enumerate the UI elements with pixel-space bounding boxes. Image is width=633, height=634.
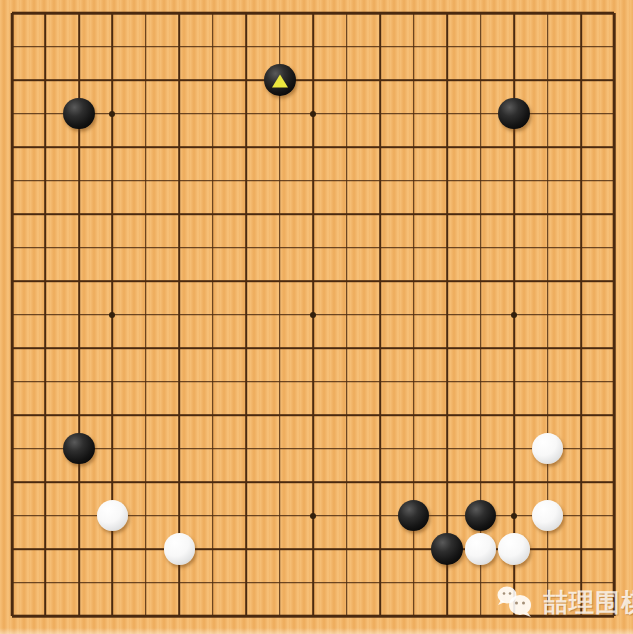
intersection[interactable]	[497, 164, 530, 198]
intersection[interactable]	[230, 197, 263, 231]
intersection[interactable]	[129, 331, 162, 365]
intersection[interactable]	[96, 599, 129, 633]
intersection[interactable]	[497, 0, 530, 30]
intersection[interactable]	[129, 264, 162, 298]
intersection[interactable]	[296, 566, 329, 600]
intersection[interactable]	[263, 97, 296, 131]
intersection[interactable]	[464, 532, 497, 566]
intersection[interactable]	[196, 465, 229, 499]
intersection[interactable]	[62, 398, 95, 432]
intersection[interactable]	[397, 97, 430, 131]
intersection[interactable]	[397, 566, 430, 600]
intersection[interactable]	[196, 499, 229, 533]
intersection[interactable]	[531, 566, 564, 600]
intersection[interactable]	[263, 0, 296, 30]
intersection[interactable]	[296, 599, 329, 633]
intersection[interactable]	[62, 231, 95, 265]
intersection[interactable]	[230, 164, 263, 198]
intersection[interactable]	[363, 566, 396, 600]
intersection[interactable]	[363, 197, 396, 231]
intersection[interactable]	[397, 298, 430, 332]
intersection[interactable]	[0, 365, 29, 399]
intersection[interactable]	[196, 398, 229, 432]
intersection[interactable]	[564, 331, 597, 365]
intersection[interactable]	[196, 63, 229, 97]
intersection[interactable]	[531, 63, 564, 97]
intersection[interactable]	[96, 298, 129, 332]
intersection[interactable]	[531, 298, 564, 332]
intersection[interactable]	[598, 298, 631, 332]
intersection[interactable]	[363, 164, 396, 198]
intersection[interactable]	[129, 365, 162, 399]
intersection[interactable]	[96, 97, 129, 131]
intersection[interactable]	[296, 30, 329, 64]
intersection[interactable]	[163, 566, 196, 600]
intersection[interactable]	[196, 566, 229, 600]
intersection[interactable]	[129, 298, 162, 332]
intersection[interactable]	[163, 30, 196, 64]
intersection[interactable]	[598, 432, 631, 466]
intersection[interactable]	[96, 30, 129, 64]
intersection[interactable]	[564, 164, 597, 198]
intersection[interactable]	[129, 0, 162, 30]
intersection[interactable]	[29, 298, 62, 332]
intersection[interactable]	[564, 30, 597, 64]
intersection[interactable]	[430, 0, 463, 30]
intersection[interactable]	[531, 365, 564, 399]
intersection[interactable]	[263, 130, 296, 164]
intersection[interactable]	[263, 331, 296, 365]
intersection[interactable]	[296, 97, 329, 131]
intersection[interactable]	[464, 566, 497, 600]
intersection[interactable]	[363, 331, 396, 365]
intersection[interactable]	[129, 63, 162, 97]
intersection[interactable]	[62, 164, 95, 198]
intersection[interactable]	[62, 365, 95, 399]
intersection[interactable]	[263, 499, 296, 533]
intersection[interactable]	[464, 499, 497, 533]
intersection[interactable]	[397, 264, 430, 298]
intersection[interactable]	[430, 164, 463, 198]
intersection[interactable]	[564, 0, 597, 30]
intersection[interactable]	[564, 465, 597, 499]
intersection[interactable]	[96, 130, 129, 164]
intersection[interactable]	[564, 130, 597, 164]
intersection[interactable]	[464, 0, 497, 30]
intersection[interactable]	[430, 432, 463, 466]
intersection[interactable]	[598, 30, 631, 64]
intersection[interactable]	[464, 264, 497, 298]
intersection[interactable]	[531, 331, 564, 365]
intersection[interactable]	[96, 0, 129, 30]
intersection[interactable]	[497, 566, 530, 600]
intersection[interactable]	[230, 298, 263, 332]
intersection[interactable]	[29, 231, 62, 265]
intersection[interactable]	[129, 532, 162, 566]
intersection[interactable]	[196, 130, 229, 164]
intersection[interactable]	[196, 599, 229, 633]
intersection[interactable]	[0, 566, 29, 600]
intersection[interactable]	[464, 197, 497, 231]
intersection[interactable]	[531, 30, 564, 64]
intersection[interactable]	[196, 264, 229, 298]
intersection[interactable]	[296, 0, 329, 30]
intersection[interactable]	[230, 130, 263, 164]
intersection[interactable]	[96, 532, 129, 566]
intersection[interactable]	[129, 164, 162, 198]
intersection[interactable]	[29, 164, 62, 198]
intersection[interactable]	[196, 0, 229, 30]
intersection[interactable]	[0, 63, 29, 97]
intersection[interactable]	[497, 231, 530, 265]
intersection[interactable]	[330, 331, 363, 365]
intersection[interactable]	[163, 298, 196, 332]
intersection[interactable]	[96, 197, 129, 231]
intersection[interactable]	[363, 365, 396, 399]
intersection[interactable]	[163, 231, 196, 265]
intersection[interactable]	[263, 532, 296, 566]
intersection[interactable]	[163, 532, 196, 566]
intersection[interactable]	[330, 566, 363, 600]
intersection[interactable]	[598, 264, 631, 298]
intersection[interactable]	[531, 264, 564, 298]
intersection[interactable]	[531, 197, 564, 231]
intersection[interactable]	[0, 231, 29, 265]
intersection[interactable]	[29, 432, 62, 466]
intersection[interactable]	[196, 231, 229, 265]
intersection[interactable]	[464, 331, 497, 365]
intersection[interactable]	[96, 231, 129, 265]
intersection[interactable]	[62, 532, 95, 566]
intersection[interactable]	[0, 532, 29, 566]
intersection[interactable]	[0, 499, 29, 533]
intersection[interactable]	[430, 499, 463, 533]
intersection[interactable]	[598, 499, 631, 533]
intersection[interactable]	[62, 63, 95, 97]
intersection[interactable]	[464, 599, 497, 633]
intersection[interactable]	[531, 532, 564, 566]
intersection[interactable]	[62, 566, 95, 600]
intersection[interactable]	[0, 97, 29, 131]
intersection[interactable]	[497, 97, 530, 131]
intersection[interactable]	[330, 264, 363, 298]
intersection[interactable]	[497, 264, 530, 298]
intersection[interactable]	[0, 197, 29, 231]
intersection[interactable]	[564, 231, 597, 265]
intersection[interactable]	[363, 499, 396, 533]
intersection[interactable]	[62, 298, 95, 332]
intersection[interactable]	[363, 97, 396, 131]
intersection[interactable]	[129, 499, 162, 533]
intersection[interactable]	[62, 0, 95, 30]
intersection[interactable]	[96, 264, 129, 298]
intersection[interactable]	[29, 499, 62, 533]
intersection[interactable]	[430, 465, 463, 499]
intersection[interactable]	[29, 264, 62, 298]
intersection[interactable]	[163, 264, 196, 298]
intersection[interactable]	[564, 398, 597, 432]
intersection[interactable]	[163, 365, 196, 399]
intersection[interactable]	[296, 465, 329, 499]
intersection[interactable]	[564, 97, 597, 131]
intersection[interactable]	[531, 97, 564, 131]
intersection[interactable]	[598, 532, 631, 566]
intersection[interactable]	[263, 365, 296, 399]
intersection[interactable]	[330, 231, 363, 265]
intersection[interactable]	[230, 0, 263, 30]
intersection[interactable]	[430, 566, 463, 600]
intersection[interactable]	[430, 231, 463, 265]
intersection[interactable]	[0, 30, 29, 64]
intersection[interactable]	[263, 398, 296, 432]
intersection[interactable]	[296, 298, 329, 332]
intersection[interactable]	[397, 465, 430, 499]
intersection[interactable]	[531, 432, 564, 466]
intersection[interactable]	[29, 532, 62, 566]
intersection[interactable]	[230, 30, 263, 64]
intersection[interactable]	[0, 465, 29, 499]
intersection[interactable]	[497, 331, 530, 365]
intersection[interactable]	[196, 97, 229, 131]
intersection[interactable]	[230, 264, 263, 298]
intersection[interactable]	[296, 130, 329, 164]
intersection[interactable]	[497, 465, 530, 499]
intersection[interactable]	[163, 63, 196, 97]
intersection[interactable]	[163, 130, 196, 164]
intersection[interactable]	[230, 365, 263, 399]
intersection[interactable]	[397, 365, 430, 399]
intersection[interactable]	[564, 599, 597, 633]
intersection[interactable]	[598, 231, 631, 265]
intersection[interactable]	[96, 164, 129, 198]
intersection[interactable]	[430, 130, 463, 164]
intersection[interactable]	[62, 499, 95, 533]
intersection[interactable]	[598, 331, 631, 365]
intersection[interactable]	[296, 231, 329, 265]
intersection[interactable]	[598, 398, 631, 432]
intersection[interactable]	[163, 0, 196, 30]
intersection[interactable]	[397, 432, 430, 466]
intersection[interactable]	[129, 30, 162, 64]
intersection[interactable]	[0, 398, 29, 432]
intersection[interactable]	[430, 599, 463, 633]
intersection[interactable]	[129, 97, 162, 131]
intersection[interactable]	[397, 331, 430, 365]
intersection[interactable]	[330, 30, 363, 64]
intersection[interactable]	[0, 331, 29, 365]
intersection[interactable]	[96, 63, 129, 97]
intersection[interactable]	[129, 432, 162, 466]
intersection[interactable]	[62, 432, 95, 466]
intersection[interactable]	[531, 130, 564, 164]
intersection[interactable]	[497, 532, 530, 566]
intersection[interactable]	[163, 465, 196, 499]
intersection[interactable]	[430, 197, 463, 231]
intersection[interactable]	[29, 566, 62, 600]
intersection[interactable]	[0, 264, 29, 298]
intersection[interactable]	[296, 63, 329, 97]
intersection[interactable]	[397, 130, 430, 164]
intersection[interactable]	[430, 298, 463, 332]
intersection[interactable]	[598, 197, 631, 231]
intersection[interactable]	[430, 365, 463, 399]
intersection[interactable]	[0, 298, 29, 332]
intersection[interactable]	[62, 130, 95, 164]
intersection[interactable]	[163, 499, 196, 533]
intersection[interactable]	[96, 331, 129, 365]
intersection[interactable]	[464, 365, 497, 399]
intersection[interactable]	[397, 0, 430, 30]
intersection[interactable]	[129, 398, 162, 432]
intersection[interactable]	[464, 30, 497, 64]
intersection[interactable]	[330, 398, 363, 432]
intersection[interactable]	[263, 566, 296, 600]
intersection[interactable]	[430, 264, 463, 298]
intersection[interactable]	[464, 164, 497, 198]
intersection[interactable]	[363, 130, 396, 164]
intersection[interactable]	[296, 432, 329, 466]
intersection[interactable]	[397, 231, 430, 265]
intersection[interactable]	[330, 130, 363, 164]
intersection[interactable]	[330, 432, 363, 466]
intersection[interactable]	[129, 599, 162, 633]
intersection[interactable]	[296, 532, 329, 566]
intersection[interactable]	[397, 599, 430, 633]
intersection[interactable]	[497, 63, 530, 97]
intersection[interactable]	[62, 331, 95, 365]
intersection[interactable]	[464, 63, 497, 97]
intersection[interactable]	[464, 465, 497, 499]
intersection[interactable]	[497, 499, 530, 533]
intersection[interactable]	[296, 499, 329, 533]
intersection[interactable]	[0, 599, 29, 633]
intersection[interactable]	[531, 0, 564, 30]
intersection[interactable]	[263, 298, 296, 332]
intersection[interactable]	[263, 432, 296, 466]
intersection[interactable]	[598, 566, 631, 600]
intersection[interactable]	[62, 465, 95, 499]
intersection[interactable]	[531, 231, 564, 265]
intersection[interactable]	[497, 432, 530, 466]
intersection[interactable]	[363, 0, 396, 30]
intersection[interactable]	[397, 164, 430, 198]
intersection[interactable]	[330, 197, 363, 231]
intersection[interactable]	[397, 30, 430, 64]
intersection[interactable]	[296, 331, 329, 365]
intersection[interactable]	[163, 599, 196, 633]
intersection[interactable]	[230, 63, 263, 97]
intersection[interactable]	[230, 331, 263, 365]
intersection[interactable]	[397, 499, 430, 533]
intersection[interactable]	[29, 365, 62, 399]
intersection[interactable]	[263, 197, 296, 231]
intersection[interactable]	[263, 599, 296, 633]
intersection[interactable]	[430, 97, 463, 131]
intersection[interactable]	[62, 264, 95, 298]
intersection[interactable]	[29, 465, 62, 499]
intersection[interactable]	[129, 197, 162, 231]
intersection[interactable]	[263, 30, 296, 64]
intersection[interactable]	[96, 499, 129, 533]
intersection[interactable]	[230, 398, 263, 432]
intersection[interactable]	[230, 499, 263, 533]
intersection[interactable]	[129, 130, 162, 164]
intersection[interactable]	[163, 164, 196, 198]
intersection[interactable]	[330, 365, 363, 399]
intersection[interactable]	[29, 30, 62, 64]
intersection[interactable]	[598, 130, 631, 164]
intersection[interactable]	[464, 298, 497, 332]
intersection[interactable]	[363, 432, 396, 466]
intersection[interactable]	[363, 599, 396, 633]
intersection[interactable]	[531, 164, 564, 198]
intersection[interactable]	[363, 231, 396, 265]
intersection[interactable]	[564, 63, 597, 97]
intersection[interactable]	[430, 63, 463, 97]
intersection[interactable]	[430, 532, 463, 566]
intersection[interactable]	[129, 465, 162, 499]
intersection[interactable]	[263, 164, 296, 198]
intersection[interactable]	[330, 164, 363, 198]
intersection[interactable]	[464, 231, 497, 265]
intersection[interactable]	[0, 130, 29, 164]
intersection[interactable]	[163, 97, 196, 131]
intersection[interactable]	[397, 398, 430, 432]
intersection[interactable]	[430, 398, 463, 432]
intersection[interactable]	[531, 499, 564, 533]
intersection[interactable]	[598, 365, 631, 399]
intersection[interactable]	[0, 164, 29, 198]
intersection[interactable]	[598, 97, 631, 131]
intersection[interactable]	[96, 398, 129, 432]
intersection[interactable]	[96, 465, 129, 499]
intersection[interactable]	[497, 298, 530, 332]
intersection[interactable]	[598, 465, 631, 499]
intersection[interactable]	[330, 97, 363, 131]
intersection[interactable]	[497, 599, 530, 633]
intersection[interactable]	[29, 398, 62, 432]
intersection[interactable]	[29, 197, 62, 231]
intersection[interactable]	[531, 599, 564, 633]
intersection[interactable]	[564, 264, 597, 298]
intersection[interactable]	[330, 0, 363, 30]
intersection[interactable]	[96, 432, 129, 466]
intersection[interactable]	[363, 264, 396, 298]
intersection[interactable]	[230, 432, 263, 466]
intersection[interactable]	[363, 532, 396, 566]
intersection[interactable]	[564, 499, 597, 533]
intersection[interactable]	[330, 63, 363, 97]
intersection[interactable]	[196, 30, 229, 64]
intersection[interactable]	[497, 365, 530, 399]
intersection[interactable]	[163, 331, 196, 365]
intersection[interactable]	[464, 130, 497, 164]
intersection[interactable]	[564, 197, 597, 231]
intersection[interactable]	[598, 0, 631, 30]
intersection[interactable]	[564, 566, 597, 600]
intersection[interactable]	[464, 398, 497, 432]
intersection[interactable]	[129, 231, 162, 265]
intersection[interactable]	[62, 30, 95, 64]
intersection[interactable]	[397, 532, 430, 566]
intersection[interactable]	[0, 432, 29, 466]
intersection[interactable]	[196, 532, 229, 566]
intersection[interactable]	[531, 465, 564, 499]
intersection[interactable]	[29, 63, 62, 97]
intersection[interactable]	[330, 532, 363, 566]
intersection[interactable]	[363, 30, 396, 64]
intersection[interactable]	[163, 197, 196, 231]
